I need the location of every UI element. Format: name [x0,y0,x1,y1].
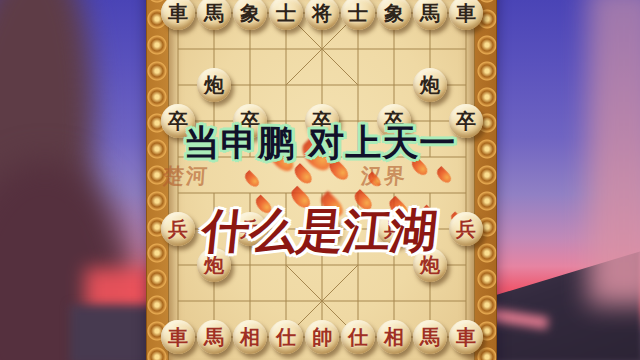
piece-glyph: 卒 [456,111,476,131]
piece-glyph: 兵 [168,219,188,239]
piece-glyph: 炮 [204,255,224,275]
piece-black-soldier-4[interactable]: 卒 [377,104,411,138]
piece-glyph: 炮 [420,255,440,275]
piece-red-cannon-left[interactable]: 炮 [197,248,231,282]
piece-red-advisor-left[interactable]: 仕 [269,320,303,354]
piece-glyph: 卒 [240,111,260,131]
piece-black-chariot-left[interactable]: 車 [161,0,195,30]
piece-glyph: 卒 [384,111,404,131]
piece-red-general[interactable]: 帥 [305,320,339,354]
piece-red-horse-right[interactable]: 馬 [413,320,447,354]
piece-glyph: 馬 [204,3,224,23]
piece-red-soldier-1[interactable]: 兵 [161,212,195,246]
piece-glyph: 車 [168,3,188,23]
piece-glyph: 卒 [312,111,332,131]
piece-red-elephant-left[interactable]: 相 [233,320,267,354]
piece-red-soldier-2[interactable]: 兵 [233,212,267,246]
piece-glyph: 相 [384,327,404,347]
piece-black-general[interactable]: 将 [305,0,339,30]
piece-red-soldier-3[interactable]: 兵 [305,212,339,246]
piece-glyph: 兵 [312,219,332,239]
piece-glyph: 仕 [348,327,368,347]
piece-black-chariot-right[interactable]: 車 [449,0,483,30]
piece-glyph: 車 [456,327,476,347]
piece-red-horse-left[interactable]: 馬 [197,320,231,354]
piece-black-cannon-left[interactable]: 炮 [197,68,231,102]
piece-black-horse-left[interactable]: 馬 [197,0,231,30]
piece-glyph: 馬 [204,327,224,347]
piece-glyph: 将 [312,3,332,23]
piece-glyph: 象 [384,3,404,23]
piece-black-cannon-right[interactable]: 炮 [413,68,447,102]
piece-glyph: 相 [240,327,260,347]
piece-glyph: 炮 [420,75,440,95]
piece-red-elephant-right[interactable]: 相 [377,320,411,354]
piece-glyph: 車 [456,3,476,23]
piece-glyph: 兵 [240,219,260,239]
piece-black-soldier-3[interactable]: 卒 [305,104,339,138]
piece-red-advisor-right[interactable]: 仕 [341,320,375,354]
piece-black-advisor-left[interactable]: 士 [269,0,303,30]
piece-glyph: 馬 [420,3,440,23]
piece-black-elephant-left[interactable]: 象 [233,0,267,30]
piece-red-soldier-5[interactable]: 兵 [449,212,483,246]
piece-glyph: 仕 [276,327,296,347]
piece-glyph: 士 [276,3,296,23]
piece-red-soldier-4[interactable]: 兵 [377,212,411,246]
piece-red-chariot-left[interactable]: 車 [161,320,195,354]
piece-red-chariot-right[interactable]: 車 [449,320,483,354]
piece-glyph: 象 [240,3,260,23]
piece-glyph: 車 [168,327,188,347]
piece-black-advisor-right[interactable]: 士 [341,0,375,30]
piece-glyph: 帥 [312,327,332,347]
screenshot-root: 楚河 汉界 車馬象士将士象馬車炮炮卒卒卒卒卒兵兵兵兵兵炮炮車馬相仕帥仕相馬車 当… [0,0,640,360]
piece-glyph: 炮 [204,75,224,95]
piece-black-horse-right[interactable]: 馬 [413,0,447,30]
piece-red-cannon-right[interactable]: 炮 [413,248,447,282]
piece-black-soldier-1[interactable]: 卒 [161,104,195,138]
piece-glyph: 兵 [384,219,404,239]
piece-glyph: 馬 [420,327,440,347]
pieces-layer: 車馬象士将士象馬車炮炮卒卒卒卒卒兵兵兵兵兵炮炮車馬相仕帥仕相馬車 [0,0,640,360]
piece-glyph: 士 [348,3,368,23]
piece-black-soldier-5[interactable]: 卒 [449,104,483,138]
piece-black-soldier-2[interactable]: 卒 [233,104,267,138]
piece-black-elephant-right[interactable]: 象 [377,0,411,30]
piece-glyph: 卒 [168,111,188,131]
piece-glyph: 兵 [456,219,476,239]
